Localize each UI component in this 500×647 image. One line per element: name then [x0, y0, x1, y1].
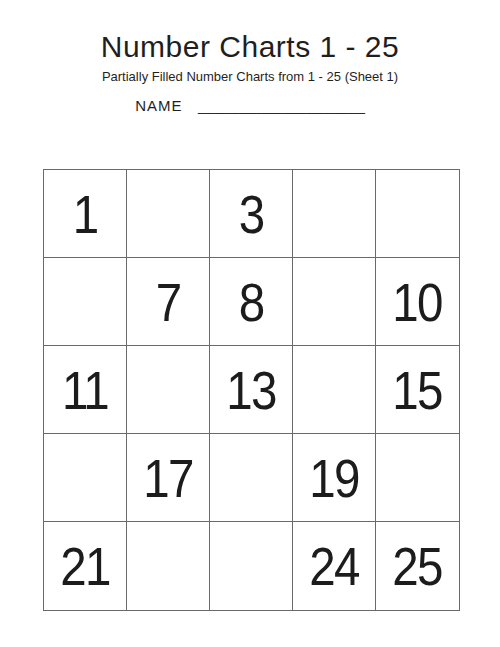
worksheet-page: Number Charts 1 - 25 Partially Filled Nu…	[0, 30, 500, 647]
grid-cell-r2c3: 8	[210, 258, 293, 346]
grid-cell-r4c4: 19	[293, 434, 376, 522]
name-blank-line[interactable]: ____________________	[198, 97, 365, 114]
grid-cell-r4c2: 17	[127, 434, 210, 522]
cell-number: 19	[309, 451, 358, 505]
grid-cell-r3c3: 13	[210, 346, 293, 434]
cell-number: 13	[226, 363, 275, 417]
cell-number: 7	[156, 275, 181, 329]
grid-cell-r3c2[interactable]	[127, 346, 210, 434]
grid-cell-r1c1: 1	[44, 170, 127, 258]
grid-cell-r2c5: 10	[376, 258, 459, 346]
grid-cell-r1c3: 3	[210, 170, 293, 258]
cell-number: 3	[239, 187, 264, 241]
page-title: Number Charts 1 - 25	[0, 30, 500, 64]
grid-cell-r5c5: 25	[376, 522, 459, 610]
cell-number: 25	[393, 539, 442, 593]
grid-cell-r3c1: 11	[44, 346, 127, 434]
grid-cell-r1c2[interactable]	[127, 170, 210, 258]
name-row: NAME ____________________	[0, 97, 500, 114]
number-chart-grid-wrap: 1378101113151719212425	[43, 169, 460, 611]
cell-number: 17	[143, 451, 192, 505]
grid-cell-r2c1[interactable]	[44, 258, 127, 346]
cell-number: 11	[62, 363, 108, 417]
grid-cell-r5c3[interactable]	[210, 522, 293, 610]
grid-cell-r5c2[interactable]	[127, 522, 210, 610]
name-label: NAME	[135, 97, 182, 114]
grid-cell-r4c5[interactable]	[376, 434, 459, 522]
grid-cell-r5c4: 24	[293, 522, 376, 610]
cell-number: 15	[393, 363, 442, 417]
cell-number: 10	[393, 275, 442, 329]
grid-cell-r5c1: 21	[44, 522, 127, 610]
number-chart-grid: 1378101113151719212425	[43, 169, 460, 611]
grid-cell-r2c2: 7	[127, 258, 210, 346]
grid-cell-r2c4[interactable]	[293, 258, 376, 346]
grid-cell-r1c5[interactable]	[376, 170, 459, 258]
page-subtitle: Partially Filled Number Charts from 1 - …	[0, 69, 500, 84]
cell-number: 24	[309, 539, 358, 593]
grid-cell-r3c5: 15	[376, 346, 459, 434]
cell-number: 21	[60, 539, 109, 593]
grid-cell-r4c3[interactable]	[210, 434, 293, 522]
grid-cell-r1c4[interactable]	[293, 170, 376, 258]
grid-cell-r3c4[interactable]	[293, 346, 376, 434]
cell-number: 8	[239, 275, 264, 329]
grid-cell-r4c1[interactable]	[44, 434, 127, 522]
cell-number: 1	[73, 187, 98, 241]
